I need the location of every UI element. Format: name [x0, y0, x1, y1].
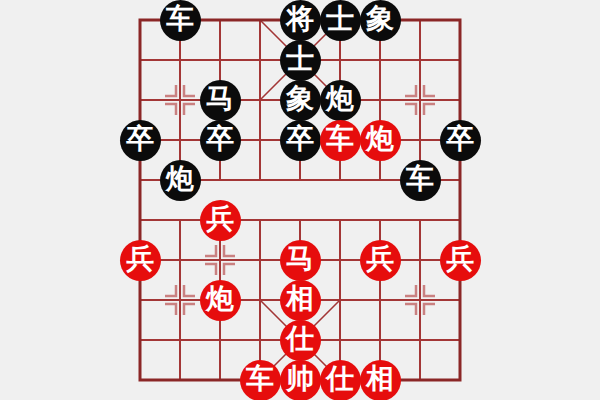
piece-red-soldier[interactable]: 兵	[200, 200, 241, 241]
piece-black-soldier[interactable]: 卒	[200, 120, 241, 161]
piece-red-advisor[interactable]: 仕	[320, 360, 361, 400]
piece-black-soldier[interactable]: 卒	[280, 120, 321, 161]
piece-glyph: 相	[366, 365, 394, 393]
piece-red-soldier[interactable]: 兵	[120, 240, 161, 281]
piece-black-cannon[interactable]: 炮	[320, 80, 361, 121]
piece-glyph: 炮	[166, 165, 194, 193]
piece-red-chariot[interactable]: 车	[240, 360, 281, 400]
piece-red-elephant[interactable]: 相	[280, 280, 321, 321]
piece-glyph: 兵	[366, 245, 394, 273]
piece-glyph: 卒	[446, 125, 474, 153]
piece-glyph: 象	[286, 85, 314, 113]
piece-red-soldier[interactable]: 兵	[440, 240, 481, 281]
piece-glyph: 车	[406, 165, 434, 193]
piece-glyph: 卒	[126, 125, 154, 153]
piece-red-elephant[interactable]: 相	[360, 360, 401, 400]
piece-black-horse[interactable]: 马	[200, 80, 241, 121]
piece-glyph: 将	[286, 5, 314, 33]
piece-black-chariot[interactable]: 车	[160, 0, 201, 41]
piece-glyph: 卒	[206, 125, 234, 153]
piece-black-elephant[interactable]: 象	[360, 0, 401, 41]
piece-glyph: 车	[246, 365, 274, 393]
piece-black-advisor[interactable]: 士	[280, 40, 321, 81]
piece-glyph: 兵	[126, 245, 154, 273]
piece-glyph: 炮	[326, 85, 354, 113]
piece-glyph: 马	[206, 85, 234, 113]
piece-red-chariot[interactable]: 车	[320, 120, 361, 161]
piece-red-cannon[interactable]: 炮	[360, 120, 401, 161]
piece-glyph: 炮	[206, 285, 234, 313]
piece-red-advisor[interactable]: 仕	[280, 320, 321, 361]
piece-red-horse[interactable]: 马	[280, 240, 321, 281]
piece-black-advisor[interactable]: 士	[320, 0, 361, 41]
piece-black-cannon[interactable]: 炮	[160, 160, 201, 201]
piece-glyph: 车	[166, 5, 194, 33]
piece-black-elephant[interactable]: 象	[280, 80, 321, 121]
piece-red-general[interactable]: 帅	[280, 360, 321, 400]
piece-glyph: 兵	[206, 205, 234, 233]
piece-glyph: 象	[366, 5, 394, 33]
xiangqi-app: 车将士象士马象炮卒卒卒车炮卒炮车兵兵马兵兵炮相仕车帅仕相	[0, 0, 600, 400]
piece-red-soldier[interactable]: 兵	[360, 240, 401, 281]
piece-glyph: 仕	[326, 365, 354, 393]
piece-glyph: 炮	[366, 125, 394, 153]
piece-glyph: 车	[326, 125, 354, 153]
piece-black-soldier[interactable]: 卒	[440, 120, 481, 161]
piece-black-general[interactable]: 将	[280, 0, 321, 41]
piece-glyph: 马	[286, 245, 314, 273]
piece-glyph: 帅	[286, 365, 314, 393]
piece-red-cannon[interactable]: 炮	[200, 280, 241, 321]
piece-black-chariot[interactable]: 车	[400, 160, 441, 201]
piece-glyph: 士	[326, 5, 354, 33]
piece-glyph: 兵	[446, 245, 474, 273]
piece-glyph: 相	[286, 285, 314, 313]
piece-glyph: 仕	[286, 325, 314, 353]
piece-black-soldier[interactable]: 卒	[120, 120, 161, 161]
piece-glyph: 士	[286, 45, 314, 73]
xiangqi-board[interactable]: 车将士象士马象炮卒卒卒车炮卒炮车兵兵马兵兵炮相仕车帅仕相	[120, 0, 480, 400]
piece-glyph: 卒	[286, 125, 314, 153]
